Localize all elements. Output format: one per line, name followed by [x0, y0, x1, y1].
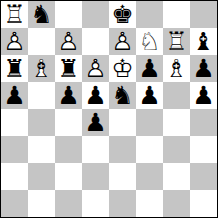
square-d1[interactable] — [82, 190, 109, 217]
square-c6[interactable]: ♜ — [55, 55, 82, 82]
square-e3[interactable] — [109, 136, 136, 163]
square-h1[interactable] — [190, 190, 217, 217]
piece-black-pawn[interactable]: ♟ — [190, 55, 217, 82]
square-c3[interactable] — [55, 136, 82, 163]
square-h5[interactable]: ♟ — [190, 82, 217, 109]
square-d3[interactable] — [82, 136, 109, 163]
square-b5[interactable] — [28, 82, 55, 109]
square-h8[interactable] — [190, 1, 217, 28]
piece-white-pawn[interactable]: ♟♙ — [1, 28, 28, 55]
white-bishop-outline: ♗ — [28, 55, 55, 82]
square-a7[interactable]: ♟♙ — [1, 28, 28, 55]
square-d6[interactable]: ♟♙ — [82, 55, 109, 82]
square-h3[interactable] — [190, 136, 217, 163]
square-f7[interactable]: ♞♘ — [136, 28, 163, 55]
square-c7[interactable]: ♟♙ — [55, 28, 82, 55]
square-g2[interactable] — [163, 163, 190, 190]
square-g3[interactable] — [163, 136, 190, 163]
square-b8[interactable]: ♞ — [28, 1, 55, 28]
square-h6[interactable]: ♟ — [190, 55, 217, 82]
square-c5[interactable]: ♟ — [55, 82, 82, 109]
square-f3[interactable] — [136, 136, 163, 163]
square-e2[interactable] — [109, 163, 136, 190]
square-b2[interactable] — [28, 163, 55, 190]
square-a6[interactable]: ♜ — [1, 55, 28, 82]
square-a5[interactable]: ♟ — [1, 82, 28, 109]
square-g5[interactable] — [163, 82, 190, 109]
square-f6[interactable]: ♟ — [136, 55, 163, 82]
square-e4[interactable] — [109, 109, 136, 136]
square-d7[interactable] — [82, 28, 109, 55]
white-knight-outline: ♘ — [136, 28, 163, 55]
piece-white-king[interactable]: ♚♔ — [109, 55, 136, 82]
piece-white-pawn[interactable]: ♟♙ — [82, 55, 109, 82]
square-c8[interactable] — [55, 1, 82, 28]
square-b6[interactable]: ♝♗ — [28, 55, 55, 82]
square-b3[interactable] — [28, 136, 55, 163]
piece-black-bishop[interactable]: ♝ — [190, 28, 217, 55]
white-pawn-outline: ♙ — [1, 28, 28, 55]
chess-board: ♜♖♞♚♟♙♟♙♟♙♞♘♜♖♝♜♝♗♜♟♙♚♔♟♝♗♟♟♟♟♞♟♟♟ — [0, 0, 218, 218]
piece-black-knight[interactable]: ♞ — [28, 1, 55, 28]
piece-white-pawn[interactable]: ♟♙ — [55, 28, 82, 55]
white-bishop-outline: ♗ — [163, 55, 190, 82]
piece-black-pawn[interactable]: ♟ — [1, 82, 28, 109]
square-f8[interactable] — [136, 1, 163, 28]
square-a3[interactable] — [1, 136, 28, 163]
piece-black-pawn[interactable]: ♟ — [82, 82, 109, 109]
piece-white-rook[interactable]: ♜♖ — [1, 1, 28, 28]
piece-black-pawn[interactable]: ♟ — [136, 55, 163, 82]
square-a1[interactable] — [1, 190, 28, 217]
square-b4[interactable] — [28, 109, 55, 136]
square-e8[interactable]: ♚ — [109, 1, 136, 28]
square-g6[interactable]: ♝♗ — [163, 55, 190, 82]
square-g1[interactable] — [163, 190, 190, 217]
square-f5[interactable]: ♟ — [136, 82, 163, 109]
piece-black-pawn[interactable]: ♟ — [190, 82, 217, 109]
square-c1[interactable] — [55, 190, 82, 217]
piece-black-pawn[interactable]: ♟ — [55, 82, 82, 109]
square-b1[interactable] — [28, 190, 55, 217]
piece-white-bishop[interactable]: ♝♗ — [28, 55, 55, 82]
piece-white-rook[interactable]: ♜♖ — [163, 28, 190, 55]
square-f4[interactable] — [136, 109, 163, 136]
square-c2[interactable] — [55, 163, 82, 190]
white-rook-outline: ♖ — [163, 28, 190, 55]
square-g7[interactable]: ♜♖ — [163, 28, 190, 55]
square-e1[interactable] — [109, 190, 136, 217]
piece-white-bishop[interactable]: ♝♗ — [163, 55, 190, 82]
piece-black-rook[interactable]: ♜ — [1, 55, 28, 82]
square-a8[interactable]: ♜♖ — [1, 1, 28, 28]
square-c4[interactable] — [55, 109, 82, 136]
square-e5[interactable]: ♞ — [109, 82, 136, 109]
square-e7[interactable]: ♟♙ — [109, 28, 136, 55]
piece-white-knight[interactable]: ♞♘ — [136, 28, 163, 55]
white-rook-outline: ♖ — [1, 1, 28, 28]
square-g4[interactable] — [163, 109, 190, 136]
white-pawn-outline: ♙ — [82, 55, 109, 82]
square-g8[interactable] — [163, 1, 190, 28]
piece-white-pawn[interactable]: ♟♙ — [109, 28, 136, 55]
square-a4[interactable] — [1, 109, 28, 136]
square-f2[interactable] — [136, 163, 163, 190]
piece-black-knight[interactable]: ♞ — [109, 82, 136, 109]
piece-black-pawn[interactable]: ♟ — [82, 109, 109, 136]
square-d2[interactable] — [82, 163, 109, 190]
white-king-outline: ♔ — [109, 55, 136, 82]
piece-black-pawn[interactable]: ♟ — [136, 82, 163, 109]
square-h4[interactable] — [190, 109, 217, 136]
white-pawn-outline: ♙ — [109, 28, 136, 55]
white-pawn-outline: ♙ — [55, 28, 82, 55]
square-h2[interactable] — [190, 163, 217, 190]
square-e6[interactable]: ♚♔ — [109, 55, 136, 82]
square-a2[interactable] — [1, 163, 28, 190]
square-d4[interactable]: ♟ — [82, 109, 109, 136]
piece-black-rook[interactable]: ♜ — [55, 55, 82, 82]
piece-black-king[interactable]: ♚ — [109, 1, 136, 28]
square-b7[interactable] — [28, 28, 55, 55]
square-f1[interactable] — [136, 190, 163, 217]
square-h7[interactable]: ♝ — [190, 28, 217, 55]
square-d8[interactable] — [82, 1, 109, 28]
square-d5[interactable]: ♟ — [82, 82, 109, 109]
